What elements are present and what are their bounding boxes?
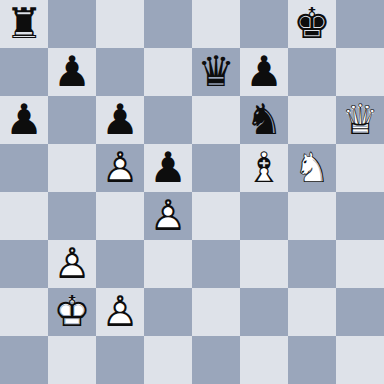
square-a2[interactable] — [0, 288, 48, 336]
square-a8[interactable]: ♜ — [0, 0, 48, 48]
square-g5[interactable]: ♞♘ — [288, 144, 336, 192]
square-f1[interactable] — [240, 336, 288, 384]
square-e6[interactable] — [192, 96, 240, 144]
piece-black-knight[interactable]: ♞ — [240, 96, 288, 144]
square-h4[interactable] — [336, 192, 384, 240]
square-f5[interactable]: ♝♗ — [240, 144, 288, 192]
square-f7[interactable]: ♟ — [240, 48, 288, 96]
square-g4[interactable] — [288, 192, 336, 240]
square-b2[interactable]: ♚♔ — [48, 288, 96, 336]
piece-white-pawn[interactable]: ♟♙ — [96, 144, 144, 192]
square-d7[interactable] — [144, 48, 192, 96]
square-a3[interactable] — [0, 240, 48, 288]
square-c4[interactable] — [96, 192, 144, 240]
square-b8[interactable] — [48, 0, 96, 48]
square-c7[interactable] — [96, 48, 144, 96]
piece-black-pawn[interactable]: ♟ — [0, 96, 48, 144]
square-g1[interactable] — [288, 336, 336, 384]
square-d1[interactable] — [144, 336, 192, 384]
piece-white-knight[interactable]: ♞♘ — [288, 144, 336, 192]
square-c6[interactable]: ♟ — [96, 96, 144, 144]
square-d6[interactable] — [144, 96, 192, 144]
piece-white-pawn[interactable]: ♟♙ — [144, 192, 192, 240]
square-f4[interactable] — [240, 192, 288, 240]
square-d4[interactable]: ♟♙ — [144, 192, 192, 240]
square-c8[interactable] — [96, 0, 144, 48]
square-h2[interactable] — [336, 288, 384, 336]
square-f2[interactable] — [240, 288, 288, 336]
piece-black-pawn[interactable]: ♟ — [96, 96, 144, 144]
piece-white-bishop[interactable]: ♝♗ — [240, 144, 288, 192]
square-g3[interactable] — [288, 240, 336, 288]
square-b5[interactable] — [48, 144, 96, 192]
black-piece-glyph: ♜ — [0, 0, 48, 48]
black-piece-glyph: ♟ — [96, 96, 144, 144]
white-piece-outline-layer: ♔ — [48, 288, 96, 336]
square-c5[interactable]: ♟♙ — [96, 144, 144, 192]
black-piece-glyph: ♞ — [240, 96, 288, 144]
black-piece-glyph: ♟ — [240, 48, 288, 96]
black-piece-glyph: ♟ — [48, 48, 96, 96]
black-piece-glyph: ♟ — [144, 144, 192, 192]
square-h5[interactable] — [336, 144, 384, 192]
black-piece-glyph: ♟ — [0, 96, 48, 144]
square-h1[interactable] — [336, 336, 384, 384]
piece-white-pawn[interactable]: ♟♙ — [48, 240, 96, 288]
white-piece-outline-layer: ♕ — [336, 96, 384, 144]
square-d5[interactable]: ♟ — [144, 144, 192, 192]
square-b1[interactable] — [48, 336, 96, 384]
square-h3[interactable] — [336, 240, 384, 288]
square-g8[interactable]: ♚ — [288, 0, 336, 48]
square-b4[interactable] — [48, 192, 96, 240]
square-c1[interactable] — [96, 336, 144, 384]
square-e7[interactable]: ♛ — [192, 48, 240, 96]
piece-black-queen[interactable]: ♛ — [192, 48, 240, 96]
square-g6[interactable] — [288, 96, 336, 144]
square-c2[interactable]: ♟♙ — [96, 288, 144, 336]
square-d3[interactable] — [144, 240, 192, 288]
square-a6[interactable]: ♟ — [0, 96, 48, 144]
white-piece-outline-layer: ♙ — [144, 192, 192, 240]
square-e4[interactable] — [192, 192, 240, 240]
black-piece-glyph: ♚ — [288, 0, 336, 48]
square-f3[interactable] — [240, 240, 288, 288]
square-g2[interactable] — [288, 288, 336, 336]
square-a7[interactable] — [0, 48, 48, 96]
piece-black-king[interactable]: ♚ — [288, 0, 336, 48]
square-a1[interactable] — [0, 336, 48, 384]
square-d8[interactable] — [144, 0, 192, 48]
square-e3[interactable] — [192, 240, 240, 288]
square-d2[interactable] — [144, 288, 192, 336]
square-f6[interactable]: ♞ — [240, 96, 288, 144]
chess-board: ♜♚♟♛♟♟♟♞♛♕♟♙♟♝♗♞♘♟♙♟♙♚♔♟♙ — [0, 0, 384, 384]
square-e5[interactable] — [192, 144, 240, 192]
square-a4[interactable] — [0, 192, 48, 240]
piece-black-pawn[interactable]: ♟ — [240, 48, 288, 96]
piece-white-pawn[interactable]: ♟♙ — [96, 288, 144, 336]
square-b7[interactable]: ♟ — [48, 48, 96, 96]
square-e1[interactable] — [192, 336, 240, 384]
piece-black-pawn[interactable]: ♟ — [48, 48, 96, 96]
white-piece-outline-layer: ♙ — [96, 288, 144, 336]
white-piece-outline-layer: ♙ — [48, 240, 96, 288]
square-a5[interactable] — [0, 144, 48, 192]
white-piece-outline-layer: ♙ — [96, 144, 144, 192]
square-h6[interactable]: ♛♕ — [336, 96, 384, 144]
square-f8[interactable] — [240, 0, 288, 48]
piece-black-rook[interactable]: ♜ — [0, 0, 48, 48]
square-h7[interactable] — [336, 48, 384, 96]
square-g7[interactable] — [288, 48, 336, 96]
square-h8[interactable] — [336, 0, 384, 48]
piece-black-pawn[interactable]: ♟ — [144, 144, 192, 192]
white-piece-outline-layer: ♘ — [288, 144, 336, 192]
piece-white-queen[interactable]: ♛♕ — [336, 96, 384, 144]
square-b6[interactable] — [48, 96, 96, 144]
square-b3[interactable]: ♟♙ — [48, 240, 96, 288]
square-e8[interactable] — [192, 0, 240, 48]
piece-white-king[interactable]: ♚♔ — [48, 288, 96, 336]
square-e2[interactable] — [192, 288, 240, 336]
white-piece-outline-layer: ♗ — [240, 144, 288, 192]
square-c3[interactable] — [96, 240, 144, 288]
black-piece-glyph: ♛ — [192, 48, 240, 96]
